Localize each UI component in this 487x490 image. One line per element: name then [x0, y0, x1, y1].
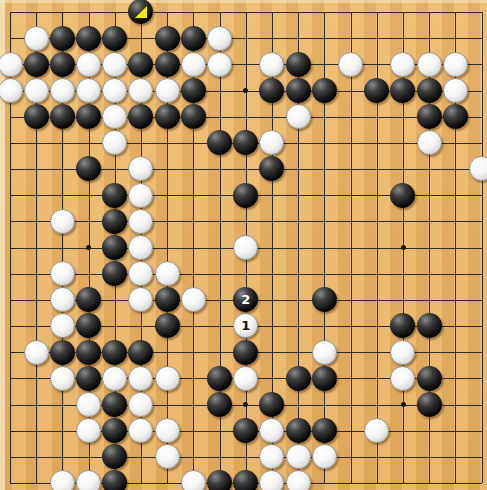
board-intersection[interactable]	[180, 417, 206, 443]
board-intersection[interactable]	[128, 339, 154, 365]
board-intersection[interactable]	[390, 417, 416, 443]
board-intersection[interactable]	[75, 234, 101, 260]
board-intersection[interactable]	[259, 182, 285, 208]
board-intersection[interactable]	[49, 365, 75, 391]
board-intersection[interactable]	[154, 208, 180, 234]
board-intersection[interactable]	[311, 444, 337, 470]
board-intersection[interactable]	[285, 287, 311, 313]
board-intersection[interactable]	[337, 260, 363, 286]
board-intersection[interactable]	[128, 51, 154, 77]
board-intersection[interactable]	[0, 365, 23, 391]
board-intersection[interactable]	[128, 77, 154, 103]
board-intersection[interactable]	[416, 130, 442, 156]
board-intersection[interactable]	[390, 287, 416, 313]
board-intersection[interactable]	[0, 208, 23, 234]
board-intersection[interactable]	[468, 0, 487, 25]
board-intersection[interactable]	[364, 391, 390, 417]
board-intersection[interactable]	[416, 365, 442, 391]
board-intersection[interactable]	[416, 182, 442, 208]
board-intersection[interactable]	[390, 208, 416, 234]
board-intersection[interactable]	[154, 234, 180, 260]
board-intersection[interactable]	[0, 339, 23, 365]
board-intersection[interactable]: 2	[233, 287, 259, 313]
board-intersection[interactable]	[233, 208, 259, 234]
board-intersection[interactable]	[390, 470, 416, 490]
board-intersection[interactable]	[364, 156, 390, 182]
board-intersection[interactable]	[49, 391, 75, 417]
board-intersection[interactable]	[102, 25, 128, 51]
board-intersection[interactable]	[259, 313, 285, 339]
board-intersection[interactable]	[442, 365, 468, 391]
board-intersection[interactable]	[364, 287, 390, 313]
board-intersection[interactable]	[337, 77, 363, 103]
board-intersection[interactable]	[128, 156, 154, 182]
board-intersection[interactable]	[390, 25, 416, 51]
board-intersection[interactable]	[285, 51, 311, 77]
board-intersection[interactable]	[416, 0, 442, 25]
board-intersection[interactable]	[337, 313, 363, 339]
board-intersection[interactable]	[128, 25, 154, 51]
board-intersection[interactable]	[49, 260, 75, 286]
board-intersection[interactable]	[154, 25, 180, 51]
board-intersection[interactable]	[416, 156, 442, 182]
board-intersection[interactable]	[468, 208, 487, 234]
board-intersection[interactable]	[442, 130, 468, 156]
board-intersection[interactable]	[337, 208, 363, 234]
board-intersection[interactable]	[442, 470, 468, 490]
board-intersection[interactable]	[75, 339, 101, 365]
board-intersection[interactable]	[285, 182, 311, 208]
board-intersection[interactable]	[206, 104, 232, 130]
board-intersection[interactable]	[259, 156, 285, 182]
board-intersection[interactable]	[233, 104, 259, 130]
board-intersection[interactable]	[23, 25, 49, 51]
board-intersection[interactable]	[206, 260, 232, 286]
board-intersection[interactable]	[180, 444, 206, 470]
board-intersection[interactable]	[390, 313, 416, 339]
board-intersection[interactable]	[180, 51, 206, 77]
board-intersection[interactable]	[285, 130, 311, 156]
board-intersection[interactable]	[442, 260, 468, 286]
board-intersection[interactable]	[49, 208, 75, 234]
board-intersection[interactable]	[102, 104, 128, 130]
board-intersection[interactable]	[442, 208, 468, 234]
board-intersection[interactable]	[416, 287, 442, 313]
board-intersection[interactable]	[259, 51, 285, 77]
board-intersection[interactable]	[128, 130, 154, 156]
board-intersection[interactable]	[233, 156, 259, 182]
board-intersection[interactable]	[154, 0, 180, 25]
board-intersection[interactable]	[102, 182, 128, 208]
board-intersection[interactable]	[390, 104, 416, 130]
board-intersection[interactable]	[442, 156, 468, 182]
board-intersection[interactable]	[23, 182, 49, 208]
board-intersection[interactable]	[233, 470, 259, 490]
board-intersection[interactable]	[102, 0, 128, 25]
board-intersection[interactable]	[154, 77, 180, 103]
board-intersection[interactable]	[154, 104, 180, 130]
board-intersection[interactable]	[390, 51, 416, 77]
board-intersection[interactable]	[233, 339, 259, 365]
board-intersection[interactable]	[285, 391, 311, 417]
board-intersection[interactable]	[180, 25, 206, 51]
board-intersection[interactable]	[416, 208, 442, 234]
board-intersection[interactable]	[75, 130, 101, 156]
board-intersection[interactable]	[390, 444, 416, 470]
board-intersection[interactable]	[154, 470, 180, 490]
board-intersection[interactable]	[128, 365, 154, 391]
board-intersection[interactable]	[206, 287, 232, 313]
board-intersection[interactable]	[442, 51, 468, 77]
board-intersection[interactable]	[468, 470, 487, 490]
board-intersection[interactable]	[337, 51, 363, 77]
board-intersection[interactable]	[154, 313, 180, 339]
board-intersection[interactable]	[206, 0, 232, 25]
board-intersection[interactable]	[0, 260, 23, 286]
board-intersection[interactable]	[102, 260, 128, 286]
board-intersection[interactable]	[285, 260, 311, 286]
board-intersection[interactable]	[233, 234, 259, 260]
board-intersection[interactable]	[0, 287, 23, 313]
board-intersection[interactable]	[390, 234, 416, 260]
board-intersection[interactable]	[337, 25, 363, 51]
board-intersection[interactable]	[206, 182, 232, 208]
board-intersection[interactable]	[390, 130, 416, 156]
board-intersection[interactable]	[23, 130, 49, 156]
board-intersection[interactable]	[0, 313, 23, 339]
board-intersection[interactable]	[0, 156, 23, 182]
board-intersection[interactable]	[102, 51, 128, 77]
board-intersection[interactable]	[468, 25, 487, 51]
board-intersection[interactable]	[75, 391, 101, 417]
board-intersection[interactable]	[75, 25, 101, 51]
board-intersection[interactable]	[233, 417, 259, 443]
board-intersection[interactable]	[468, 287, 487, 313]
board-intersection[interactable]	[128, 391, 154, 417]
board-intersection[interactable]	[102, 130, 128, 156]
board-intersection[interactable]	[102, 470, 128, 490]
board-intersection[interactable]	[364, 51, 390, 77]
board-intersection[interactable]	[416, 104, 442, 130]
board-intersection[interactable]	[0, 0, 23, 25]
board-intersection[interactable]	[364, 470, 390, 490]
board-intersection[interactable]	[49, 444, 75, 470]
board-intersection[interactable]	[311, 104, 337, 130]
board-intersection[interactable]	[206, 156, 232, 182]
board-intersection[interactable]	[128, 470, 154, 490]
board-intersection[interactable]	[233, 365, 259, 391]
board-intersection[interactable]	[416, 77, 442, 103]
board-intersection[interactable]	[102, 234, 128, 260]
board-intersection[interactable]	[390, 156, 416, 182]
board-intersection[interactable]	[337, 182, 363, 208]
board-intersection[interactable]	[49, 156, 75, 182]
board-intersection[interactable]	[259, 365, 285, 391]
board-intersection[interactable]	[442, 417, 468, 443]
board-intersection[interactable]	[102, 444, 128, 470]
board-intersection[interactable]	[128, 287, 154, 313]
board-intersection[interactable]	[23, 208, 49, 234]
board-intersection[interactable]	[23, 0, 49, 25]
board-intersection[interactable]	[311, 260, 337, 286]
board-intersection[interactable]	[337, 444, 363, 470]
board-intersection[interactable]	[442, 339, 468, 365]
board-intersection[interactable]	[259, 339, 285, 365]
board-intersection[interactable]	[180, 0, 206, 25]
board-intersection[interactable]	[416, 391, 442, 417]
board-intersection[interactable]	[468, 104, 487, 130]
board-intersection[interactable]	[128, 0, 154, 25]
board-intersection[interactable]	[49, 25, 75, 51]
board-intersection[interactable]	[285, 234, 311, 260]
board-intersection[interactable]	[390, 0, 416, 25]
board-intersection[interactable]	[311, 339, 337, 365]
board-intersection[interactable]	[49, 234, 75, 260]
board-intersection[interactable]	[75, 417, 101, 443]
board-intersection[interactable]	[23, 51, 49, 77]
board-intersection[interactable]	[259, 25, 285, 51]
board-intersection[interactable]	[23, 417, 49, 443]
board-intersection[interactable]	[154, 156, 180, 182]
board-intersection[interactable]	[206, 313, 232, 339]
board-intersection[interactable]	[442, 104, 468, 130]
board-intersection[interactable]	[154, 51, 180, 77]
board-intersection[interactable]	[49, 0, 75, 25]
board-intersection[interactable]	[0, 470, 23, 490]
board-intersection[interactable]	[102, 156, 128, 182]
board-intersection[interactable]	[337, 287, 363, 313]
board-intersection[interactable]	[180, 470, 206, 490]
board-intersection[interactable]	[75, 182, 101, 208]
board-intersection[interactable]	[442, 182, 468, 208]
board-intersection[interactable]	[364, 208, 390, 234]
board-intersection[interactable]	[311, 208, 337, 234]
board-intersection[interactable]	[442, 313, 468, 339]
board-intersection[interactable]	[311, 313, 337, 339]
board-intersection[interactable]	[0, 444, 23, 470]
board-intersection[interactable]	[416, 260, 442, 286]
board-intersection[interactable]	[311, 0, 337, 25]
board-intersection[interactable]	[390, 391, 416, 417]
board-intersection[interactable]	[442, 25, 468, 51]
board-intersection[interactable]	[233, 25, 259, 51]
board-intersection[interactable]	[259, 77, 285, 103]
board-intersection[interactable]	[311, 182, 337, 208]
board-intersection[interactable]	[154, 365, 180, 391]
board-intersection[interactable]	[128, 182, 154, 208]
board-intersection[interactable]	[0, 234, 23, 260]
board-intersection[interactable]	[285, 313, 311, 339]
board-intersection[interactable]	[311, 417, 337, 443]
board-intersection[interactable]	[311, 470, 337, 490]
board-intersection[interactable]	[0, 77, 23, 103]
board-intersection[interactable]	[390, 77, 416, 103]
board-intersection[interactable]	[233, 391, 259, 417]
board-intersection[interactable]	[180, 260, 206, 286]
board-intersection[interactable]	[23, 287, 49, 313]
board-intersection[interactable]	[416, 25, 442, 51]
board-intersection[interactable]	[233, 130, 259, 156]
board-intersection[interactable]	[75, 287, 101, 313]
board-intersection[interactable]	[206, 208, 232, 234]
board-intersection[interactable]	[442, 391, 468, 417]
board-intersection[interactable]	[468, 260, 487, 286]
board-intersection[interactable]	[416, 313, 442, 339]
board-intersection[interactable]	[442, 234, 468, 260]
board-intersection[interactable]	[285, 104, 311, 130]
board-intersection[interactable]	[468, 391, 487, 417]
board-intersection[interactable]	[128, 444, 154, 470]
board-intersection[interactable]	[23, 444, 49, 470]
board-intersection[interactable]	[233, 51, 259, 77]
board-intersection[interactable]	[206, 234, 232, 260]
board-intersection[interactable]	[206, 365, 232, 391]
board-intersection[interactable]	[285, 208, 311, 234]
board-intersection[interactable]	[180, 287, 206, 313]
board-intersection[interactable]	[0, 391, 23, 417]
board-intersection[interactable]	[259, 130, 285, 156]
board-intersection[interactable]	[416, 444, 442, 470]
board-intersection[interactable]	[468, 444, 487, 470]
board-intersection[interactable]	[311, 287, 337, 313]
board-intersection[interactable]	[364, 313, 390, 339]
board-intersection[interactable]	[0, 25, 23, 51]
board-intersection[interactable]	[154, 260, 180, 286]
board-intersection[interactable]	[468, 130, 487, 156]
board-intersection[interactable]	[416, 470, 442, 490]
board-intersection[interactable]	[128, 234, 154, 260]
board-intersection[interactable]	[416, 51, 442, 77]
board-intersection[interactable]	[416, 234, 442, 260]
board-intersection[interactable]	[337, 391, 363, 417]
board-intersection[interactable]	[0, 182, 23, 208]
board-intersection[interactable]	[206, 51, 232, 77]
board-intersection[interactable]	[23, 391, 49, 417]
board-intersection[interactable]	[233, 77, 259, 103]
board-intersection[interactable]	[0, 104, 23, 130]
board-intersection[interactable]	[102, 391, 128, 417]
board-intersection[interactable]	[180, 208, 206, 234]
board-intersection[interactable]	[206, 77, 232, 103]
board-intersection[interactable]	[416, 417, 442, 443]
board-intersection[interactable]	[49, 77, 75, 103]
board-intersection[interactable]	[154, 130, 180, 156]
board-intersection[interactable]	[75, 260, 101, 286]
board-intersection[interactable]	[102, 287, 128, 313]
board-intersection[interactable]	[49, 130, 75, 156]
board-intersection[interactable]	[337, 417, 363, 443]
board-intersection[interactable]	[259, 260, 285, 286]
board-intersection[interactable]	[180, 391, 206, 417]
board-intersection[interactable]	[364, 365, 390, 391]
board-intersection[interactable]	[128, 313, 154, 339]
board-intersection[interactable]	[75, 77, 101, 103]
board-intersection[interactable]	[128, 260, 154, 286]
board-intersection[interactable]	[468, 417, 487, 443]
board-intersection[interactable]	[128, 208, 154, 234]
board-intersection[interactable]	[364, 260, 390, 286]
board-intersection[interactable]	[75, 313, 101, 339]
board-intersection[interactable]	[154, 339, 180, 365]
board-intersection[interactable]	[233, 444, 259, 470]
board-intersection[interactable]	[23, 470, 49, 490]
board-intersection[interactable]	[180, 104, 206, 130]
board-intersection[interactable]	[390, 339, 416, 365]
board-intersection[interactable]	[337, 130, 363, 156]
board-intersection[interactable]	[49, 313, 75, 339]
board-intersection[interactable]	[102, 77, 128, 103]
board-intersection[interactable]	[23, 77, 49, 103]
board-intersection[interactable]	[311, 156, 337, 182]
board-intersection[interactable]	[285, 444, 311, 470]
board-intersection[interactable]	[102, 313, 128, 339]
board-intersection[interactable]	[442, 0, 468, 25]
board-intersection[interactable]	[285, 156, 311, 182]
board-intersection[interactable]	[23, 156, 49, 182]
board-intersection[interactable]	[206, 339, 232, 365]
board-intersection[interactable]	[285, 25, 311, 51]
board-intersection[interactable]	[259, 104, 285, 130]
board-intersection[interactable]	[128, 104, 154, 130]
board-intersection[interactable]	[75, 444, 101, 470]
board-intersection[interactable]	[468, 51, 487, 77]
board-intersection[interactable]	[259, 0, 285, 25]
board-intersection[interactable]	[154, 444, 180, 470]
board-intersection[interactable]	[285, 339, 311, 365]
board-intersection[interactable]	[337, 365, 363, 391]
board-intersection[interactable]	[416, 339, 442, 365]
board-intersection[interactable]	[206, 417, 232, 443]
board-intersection[interactable]	[49, 287, 75, 313]
board-intersection[interactable]	[259, 287, 285, 313]
board-intersection[interactable]	[285, 77, 311, 103]
board-intersection[interactable]	[285, 365, 311, 391]
board-intersection[interactable]	[311, 234, 337, 260]
board-intersection[interactable]	[23, 104, 49, 130]
board-intersection[interactable]	[311, 365, 337, 391]
board-intersection[interactable]	[180, 365, 206, 391]
board-intersection[interactable]	[154, 287, 180, 313]
board-intersection[interactable]	[468, 182, 487, 208]
board-intersection[interactable]	[180, 156, 206, 182]
board-intersection[interactable]	[364, 25, 390, 51]
board-intersection[interactable]	[75, 208, 101, 234]
board-intersection[interactable]	[337, 104, 363, 130]
board-intersection[interactable]	[364, 444, 390, 470]
board-intersection[interactable]: 1	[233, 313, 259, 339]
board-intersection[interactable]	[180, 182, 206, 208]
board-intersection[interactable]	[285, 0, 311, 25]
board-intersection[interactable]	[180, 77, 206, 103]
board-intersection[interactable]	[259, 444, 285, 470]
board-intersection[interactable]	[337, 470, 363, 490]
board-intersection[interactable]	[23, 260, 49, 286]
board-intersection[interactable]	[259, 391, 285, 417]
board-intersection[interactable]	[49, 470, 75, 490]
board-intersection[interactable]	[180, 313, 206, 339]
board-intersection[interactable]	[390, 365, 416, 391]
board-intersection[interactable]	[337, 234, 363, 260]
board-intersection[interactable]	[206, 130, 232, 156]
board-intersection[interactable]	[49, 51, 75, 77]
board-intersection[interactable]	[468, 339, 487, 365]
board-intersection[interactable]	[442, 444, 468, 470]
board-intersection[interactable]	[0, 51, 23, 77]
board-intersection[interactable]	[337, 0, 363, 25]
board-intersection[interactable]	[259, 234, 285, 260]
board-intersection[interactable]	[233, 182, 259, 208]
board-intersection[interactable]	[468, 313, 487, 339]
